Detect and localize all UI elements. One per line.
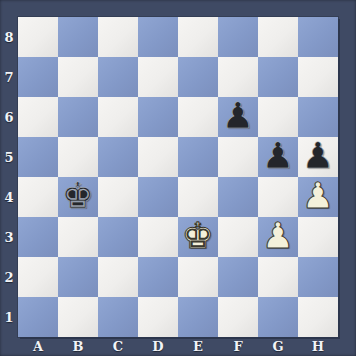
square-g5[interactable]: ♟ xyxy=(258,137,298,177)
rank-label-4: 4 xyxy=(0,177,18,217)
rank-label-7: 7 xyxy=(0,57,18,97)
square-b8[interactable] xyxy=(58,17,98,57)
square-b2[interactable] xyxy=(58,257,98,297)
file-labels: ABCDEFGH xyxy=(18,337,338,356)
square-d6[interactable] xyxy=(138,97,178,137)
file-label-e: E xyxy=(178,337,218,356)
square-f5[interactable] xyxy=(218,137,258,177)
square-e5[interactable] xyxy=(178,137,218,177)
square-a5[interactable] xyxy=(18,137,58,177)
black-pawn[interactable]: ♟ xyxy=(302,136,334,176)
square-c5[interactable] xyxy=(98,137,138,177)
white-king[interactable]: ♚ xyxy=(182,216,214,256)
square-a7[interactable] xyxy=(18,57,58,97)
square-a6[interactable] xyxy=(18,97,58,137)
square-e1[interactable] xyxy=(178,297,218,337)
square-h3[interactable] xyxy=(298,217,338,257)
rank-label-6: 6 xyxy=(0,97,18,137)
square-e6[interactable] xyxy=(178,97,218,137)
square-g8[interactable] xyxy=(258,17,298,57)
square-g6[interactable] xyxy=(258,97,298,137)
square-d3[interactable] xyxy=(138,217,178,257)
square-f1[interactable] xyxy=(218,297,258,337)
square-c4[interactable] xyxy=(98,177,138,217)
square-e3[interactable]: ♚ xyxy=(178,217,218,257)
rank-label-1: 1 xyxy=(0,297,18,337)
chess-board: ♟♟♟♚♟♚♟ xyxy=(18,17,338,337)
square-h5[interactable]: ♟ xyxy=(298,137,338,177)
black-king[interactable]: ♚ xyxy=(62,176,94,216)
square-b7[interactable] xyxy=(58,57,98,97)
black-pawn[interactable]: ♟ xyxy=(222,96,254,136)
square-f6[interactable]: ♟ xyxy=(218,97,258,137)
square-f7[interactable] xyxy=(218,57,258,97)
square-c7[interactable] xyxy=(98,57,138,97)
square-b4[interactable]: ♚ xyxy=(58,177,98,217)
file-label-g: G xyxy=(258,337,298,356)
square-c1[interactable] xyxy=(98,297,138,337)
square-d2[interactable] xyxy=(138,257,178,297)
square-e8[interactable] xyxy=(178,17,218,57)
file-label-f: F xyxy=(218,337,258,356)
square-g3[interactable]: ♟ xyxy=(258,217,298,257)
square-d8[interactable] xyxy=(138,17,178,57)
square-e4[interactable] xyxy=(178,177,218,217)
square-e2[interactable] xyxy=(178,257,218,297)
square-a4[interactable] xyxy=(18,177,58,217)
black-pawn[interactable]: ♟ xyxy=(262,136,294,176)
rank-label-8: 8 xyxy=(0,17,18,57)
square-c2[interactable] xyxy=(98,257,138,297)
file-label-b: B xyxy=(58,337,98,356)
square-c6[interactable] xyxy=(98,97,138,137)
square-a8[interactable] xyxy=(18,17,58,57)
chess-diagram: 87654321 ♟♟♟♚♟♚♟ ABCDEFGH xyxy=(0,0,356,356)
square-f3[interactable] xyxy=(218,217,258,257)
square-a1[interactable] xyxy=(18,297,58,337)
square-g4[interactable] xyxy=(258,177,298,217)
square-d5[interactable] xyxy=(138,137,178,177)
square-h4[interactable]: ♟ xyxy=(298,177,338,217)
square-a2[interactable] xyxy=(18,257,58,297)
file-label-h: H xyxy=(298,337,338,356)
square-f4[interactable] xyxy=(218,177,258,217)
square-b3[interactable] xyxy=(58,217,98,257)
square-a3[interactable] xyxy=(18,217,58,257)
square-h8[interactable] xyxy=(298,17,338,57)
square-d7[interactable] xyxy=(138,57,178,97)
square-g2[interactable] xyxy=(258,257,298,297)
square-f2[interactable] xyxy=(218,257,258,297)
square-c3[interactable] xyxy=(98,217,138,257)
file-label-a: A xyxy=(18,337,58,356)
square-g1[interactable] xyxy=(258,297,298,337)
rank-labels: 87654321 xyxy=(0,17,18,337)
rank-label-5: 5 xyxy=(0,137,18,177)
square-g7[interactable] xyxy=(258,57,298,97)
white-pawn[interactable]: ♟ xyxy=(302,176,334,216)
square-h6[interactable] xyxy=(298,97,338,137)
square-f8[interactable] xyxy=(218,17,258,57)
file-label-c: C xyxy=(98,337,138,356)
white-pawn[interactable]: ♟ xyxy=(262,216,294,256)
square-d1[interactable] xyxy=(138,297,178,337)
square-h7[interactable] xyxy=(298,57,338,97)
square-c8[interactable] xyxy=(98,17,138,57)
square-e7[interactable] xyxy=(178,57,218,97)
rank-label-2: 2 xyxy=(0,257,18,297)
square-h1[interactable] xyxy=(298,297,338,337)
square-h2[interactable] xyxy=(298,257,338,297)
file-label-d: D xyxy=(138,337,178,356)
square-b6[interactable] xyxy=(58,97,98,137)
square-b5[interactable] xyxy=(58,137,98,177)
square-b1[interactable] xyxy=(58,297,98,337)
square-d4[interactable] xyxy=(138,177,178,217)
rank-label-3: 3 xyxy=(0,217,18,257)
